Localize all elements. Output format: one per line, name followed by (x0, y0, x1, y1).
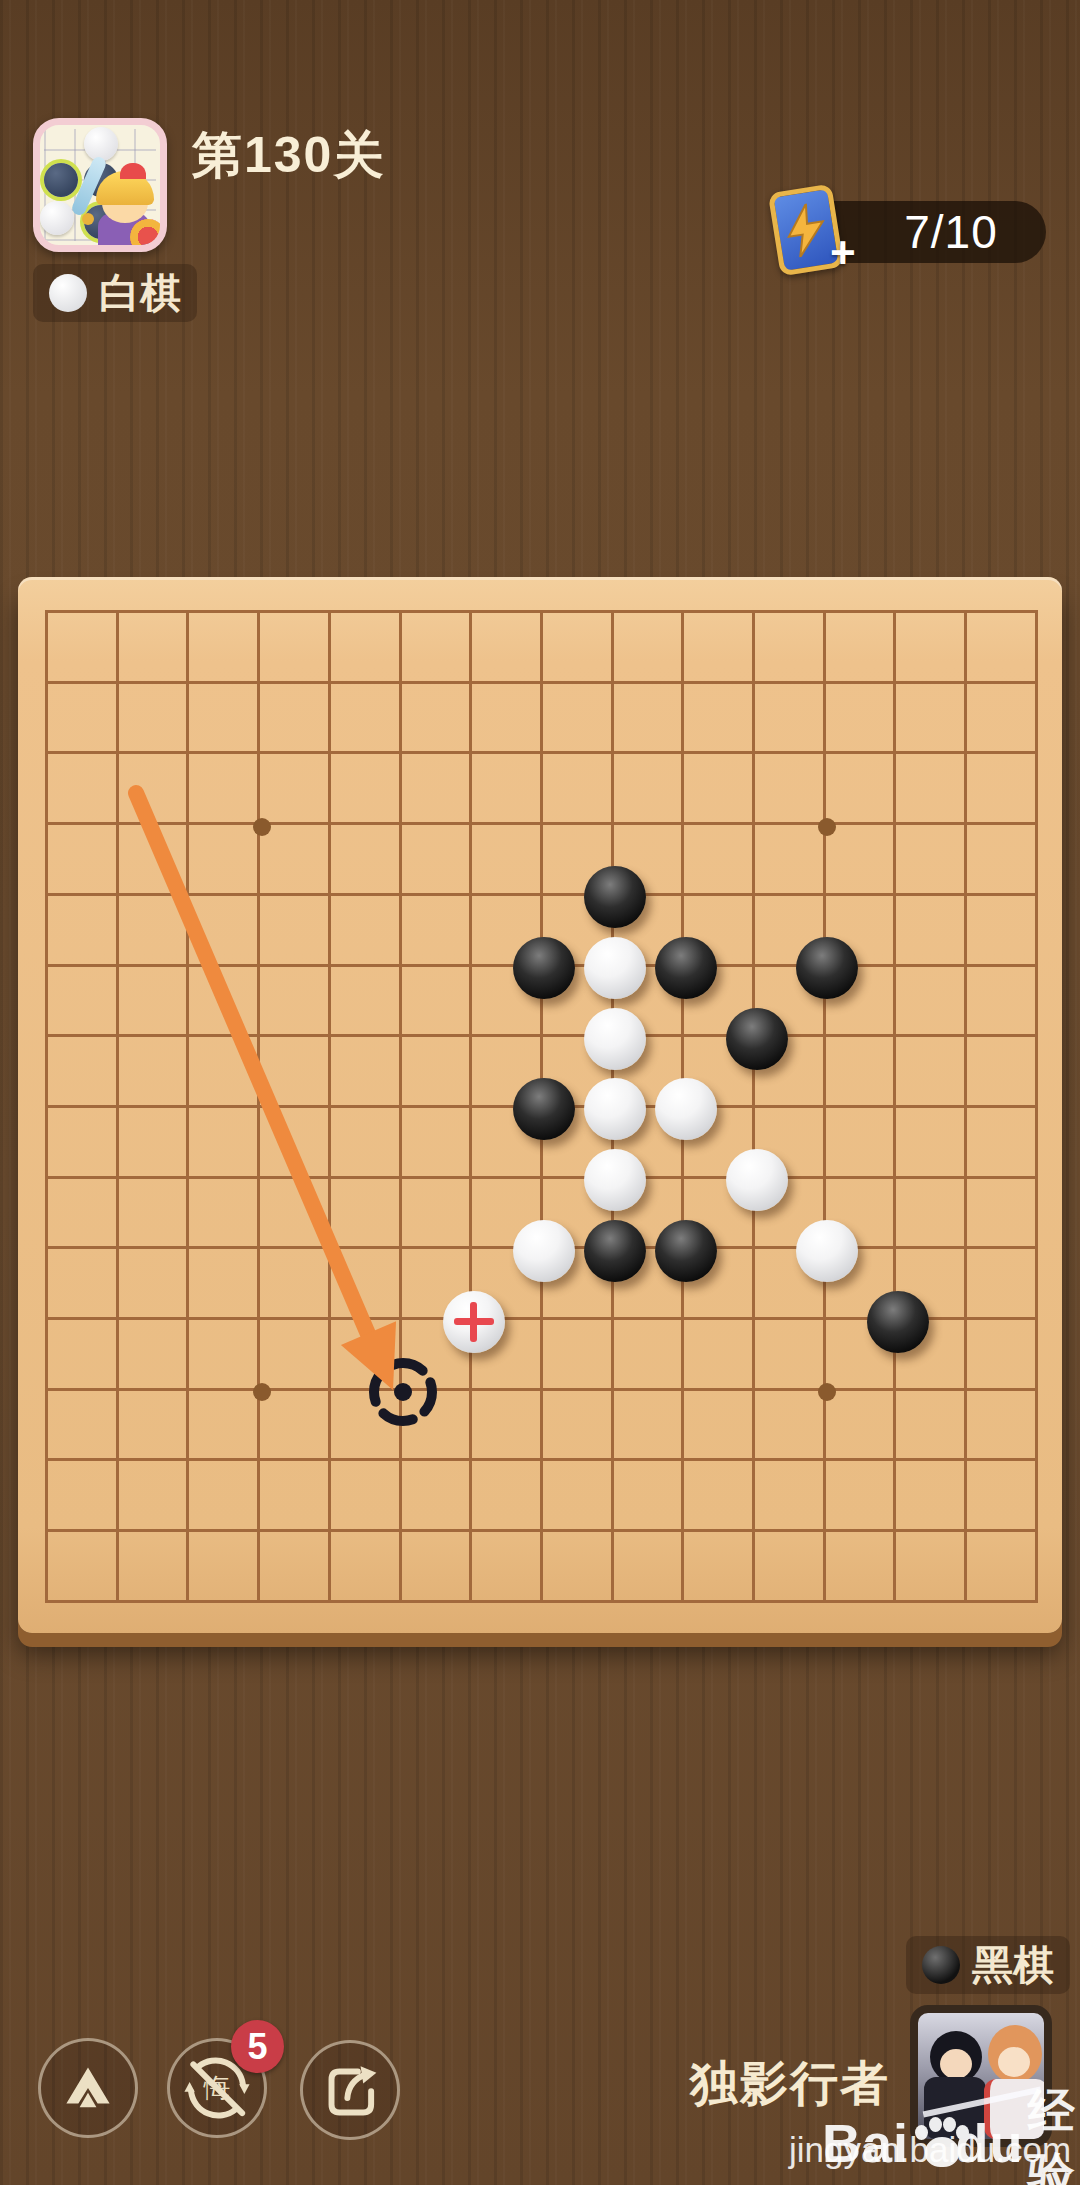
board-cell[interactable] (896, 1037, 967, 1108)
board-cell[interactable] (402, 1461, 473, 1532)
board-cell[interactable] (967, 684, 1038, 755)
board-cell[interactable] (189, 896, 260, 967)
board-cell[interactable] (755, 1320, 826, 1391)
board-cell[interactable] (472, 684, 543, 755)
board-cell[interactable] (331, 754, 402, 825)
board-cell[interactable] (967, 1249, 1038, 1320)
board-cell[interactable] (755, 684, 826, 755)
board-cell[interactable] (260, 1320, 331, 1391)
level-title: 第130关 (192, 122, 385, 189)
player-side-label: 白棋 (99, 266, 181, 321)
board-cell[interactable] (967, 967, 1038, 1038)
black-stone (726, 1008, 788, 1070)
board-cell[interactable] (189, 1249, 260, 1320)
board-cell[interactable] (967, 1532, 1038, 1603)
board-cell[interactable] (260, 1037, 331, 1108)
board-cell[interactable] (119, 1391, 190, 1462)
board-cell[interactable] (260, 1532, 331, 1603)
opponent-side-label: 黑棋 (972, 1938, 1054, 1993)
board-cell[interactable] (189, 1320, 260, 1391)
board-cell[interactable] (896, 1391, 967, 1462)
board-cell[interactable] (543, 613, 614, 684)
board-cell[interactable] (331, 1108, 402, 1179)
board-cell[interactable] (472, 1391, 543, 1462)
share-icon (317, 2057, 383, 2123)
board-cell[interactable] (119, 1461, 190, 1532)
star-point (253, 818, 271, 836)
board-cell[interactable] (48, 896, 119, 967)
board-cell[interactable] (614, 684, 685, 755)
board-cell[interactable] (331, 684, 402, 755)
board-cell[interactable] (684, 1461, 755, 1532)
white-stone (584, 1008, 646, 1070)
board-cell[interactable] (826, 754, 897, 825)
shield-icon (130, 219, 166, 252)
board-cell[interactable] (48, 1108, 119, 1179)
board-cell[interactable] (543, 684, 614, 755)
board-cell[interactable] (826, 1532, 897, 1603)
star-point (818, 818, 836, 836)
board-cell[interactable] (967, 1391, 1038, 1462)
board-cell[interactable] (543, 1461, 614, 1532)
board-cell[interactable] (472, 1461, 543, 1532)
board-cell[interactable] (472, 825, 543, 896)
black-stone (796, 937, 858, 999)
board-cell[interactable] (896, 754, 967, 825)
last-move-cross-marker (470, 1302, 477, 1342)
board-cell[interactable] (260, 967, 331, 1038)
board-cell[interactable] (402, 1532, 473, 1603)
board-cell[interactable] (119, 967, 190, 1038)
board-cell[interactable] (260, 684, 331, 755)
board-cell[interactable] (402, 1179, 473, 1250)
board-cell[interactable] (48, 684, 119, 755)
board-cell[interactable] (331, 1461, 402, 1532)
board-cell[interactable] (967, 613, 1038, 684)
board-cell[interactable] (896, 825, 967, 896)
white-stone (513, 1220, 575, 1282)
board-cell[interactable] (543, 1532, 614, 1603)
board-cell[interactable] (260, 754, 331, 825)
black-stone (655, 1220, 717, 1282)
board-cell[interactable] (896, 1532, 967, 1603)
board-cell[interactable] (967, 896, 1038, 967)
board-cell[interactable] (189, 754, 260, 825)
board-cell[interactable] (189, 613, 260, 684)
suggested-move-target[interactable] (360, 1349, 446, 1435)
board-cell[interactable] (967, 1461, 1038, 1532)
board-cell[interactable] (755, 1532, 826, 1603)
board-grid[interactable] (45, 610, 1038, 1603)
board-cell[interactable] (614, 613, 685, 684)
board-cell[interactable] (826, 613, 897, 684)
board-cell[interactable] (189, 1391, 260, 1462)
board-cell[interactable] (260, 1249, 331, 1320)
board-cell[interactable] (755, 825, 826, 896)
board-cell[interactable] (189, 1461, 260, 1532)
board-cell[interactable] (189, 1108, 260, 1179)
board-cell[interactable] (260, 613, 331, 684)
board-cell[interactable] (543, 754, 614, 825)
board-cell[interactable] (896, 1179, 967, 1250)
board-cell[interactable] (331, 967, 402, 1038)
board-cell[interactable] (614, 1532, 685, 1603)
last-move-white-stone (443, 1291, 505, 1353)
board-cell[interactable] (260, 896, 331, 967)
board-cell[interactable] (48, 825, 119, 896)
board-cell[interactable] (402, 1037, 473, 1108)
player-side-chip: 白棋 (33, 264, 197, 322)
app-icon-white-stone (40, 201, 74, 235)
board-cell[interactable] (755, 613, 826, 684)
board-cell[interactable] (119, 613, 190, 684)
black-stone (584, 1220, 646, 1282)
board-cell[interactable] (48, 754, 119, 825)
board-cell[interactable] (614, 754, 685, 825)
board-cell[interactable] (826, 1391, 897, 1462)
board-cell[interactable] (260, 1391, 331, 1462)
board-cell[interactable] (614, 1461, 685, 1532)
white-stone (796, 1220, 858, 1282)
board-cell[interactable] (755, 1391, 826, 1462)
board-cell[interactable] (826, 684, 897, 755)
board-cell[interactable] (189, 1037, 260, 1108)
share-button[interactable] (300, 2040, 400, 2140)
board-cell[interactable] (189, 967, 260, 1038)
board-cell[interactable] (119, 1320, 190, 1391)
board-cell[interactable] (402, 754, 473, 825)
white-stone (584, 1149, 646, 1211)
white-stone (655, 1078, 717, 1140)
board-cell[interactable] (331, 1037, 402, 1108)
game-screen: 第130关 白棋 7/10 + 悔 (0, 0, 1080, 2185)
app-icon-dark-stone (44, 163, 78, 197)
board-cell[interactable] (826, 1108, 897, 1179)
board-cell[interactable] (967, 1320, 1038, 1391)
board-cell[interactable] (402, 825, 473, 896)
board-cell[interactable] (119, 1249, 190, 1320)
gomoku-board (18, 577, 1062, 1633)
board-cell[interactable] (543, 1320, 614, 1391)
board-cell[interactable] (896, 1461, 967, 1532)
board-cell[interactable] (331, 825, 402, 896)
board-cell[interactable] (331, 1249, 402, 1320)
knight-character (80, 155, 166, 251)
board-cell[interactable] (119, 825, 190, 896)
board-cell[interactable] (896, 967, 967, 1038)
board-cell[interactable] (472, 1532, 543, 1603)
board-cell[interactable] (614, 1391, 685, 1462)
board-cell[interactable] (402, 613, 473, 684)
board-cell[interactable] (189, 825, 260, 896)
board-cell[interactable] (472, 613, 543, 684)
black-stone-icon (922, 1946, 960, 1984)
board-cell[interactable] (119, 1532, 190, 1603)
board-cell[interactable] (119, 1037, 190, 1108)
white-stone (726, 1149, 788, 1211)
board-cell[interactable] (189, 1532, 260, 1603)
board-cell[interactable] (48, 1461, 119, 1532)
board-cell[interactable] (755, 754, 826, 825)
board-cell[interactable] (826, 825, 897, 896)
levels-button[interactable] (38, 2038, 138, 2138)
board-cell[interactable] (826, 1461, 897, 1532)
white-stone-icon (49, 274, 87, 312)
board-cell[interactable] (896, 613, 967, 684)
energy-count: 7/10 (904, 205, 998, 259)
app-icon (33, 118, 167, 252)
board-cell[interactable] (826, 1037, 897, 1108)
board-cell[interactable] (967, 754, 1038, 825)
board-cell[interactable] (967, 1037, 1038, 1108)
board-cell[interactable] (896, 684, 967, 755)
board-cell[interactable] (543, 1391, 614, 1462)
board-cell[interactable] (967, 1108, 1038, 1179)
mountain-levels-icon (56, 2058, 120, 2118)
board-cell[interactable] (48, 613, 119, 684)
board-cell[interactable] (48, 1037, 119, 1108)
board-cell[interactable] (189, 1179, 260, 1250)
board-cell[interactable] (684, 1532, 755, 1603)
board-cell[interactable] (402, 967, 473, 1038)
board-cell[interactable] (48, 1532, 119, 1603)
board-cell[interactable] (119, 1179, 190, 1250)
board-cell[interactable] (684, 684, 755, 755)
black-stone (867, 1291, 929, 1353)
board-cell[interactable] (402, 896, 473, 967)
board-cell[interactable] (967, 1179, 1038, 1250)
sword-hilt (82, 213, 94, 225)
board-cell[interactable] (260, 1179, 331, 1250)
board-cell[interactable] (896, 1108, 967, 1179)
watermark-url: jingyan.baidu.com (770, 2130, 1080, 2170)
board-cell[interactable] (48, 1391, 119, 1462)
board-cell[interactable] (189, 684, 260, 755)
white-stone (584, 937, 646, 999)
board-cell[interactable] (331, 613, 402, 684)
board-cell[interactable] (48, 1320, 119, 1391)
black-stone (655, 937, 717, 999)
board-cell[interactable] (119, 684, 190, 755)
board-cell[interactable] (260, 1461, 331, 1532)
board-cell[interactable] (260, 825, 331, 896)
board-cell[interactable] (48, 1179, 119, 1250)
board-cell[interactable] (684, 1391, 755, 1462)
board-cell[interactable] (119, 754, 190, 825)
board-cell[interactable] (684, 825, 755, 896)
board-cell[interactable] (614, 1320, 685, 1391)
energy-plus-icon[interactable]: + (830, 228, 856, 278)
board-cell[interactable] (48, 1249, 119, 1320)
board-cell[interactable] (684, 754, 755, 825)
board-cell[interactable] (402, 1108, 473, 1179)
board-cell[interactable] (967, 825, 1038, 896)
star-point (253, 1383, 271, 1401)
board-cell[interactable] (260, 1108, 331, 1179)
board-cell[interactable] (331, 1179, 402, 1250)
board-cell[interactable] (472, 754, 543, 825)
board-cell[interactable] (331, 1532, 402, 1603)
board-cell[interactable] (896, 896, 967, 967)
undo-count-badge: 5 (231, 2020, 284, 2073)
board-cell[interactable] (402, 684, 473, 755)
board-cell[interactable] (684, 613, 755, 684)
board-cell[interactable] (755, 1461, 826, 1532)
board-cell[interactable] (48, 967, 119, 1038)
opponent-side-chip: 黑棋 (906, 1936, 1070, 1994)
board-cell[interactable] (331, 896, 402, 967)
board-cell[interactable] (684, 1320, 755, 1391)
board-cell[interactable] (119, 896, 190, 967)
board-cell[interactable] (119, 1108, 190, 1179)
